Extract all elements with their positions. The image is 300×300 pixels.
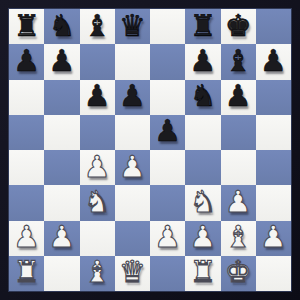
- square-f1[interactable]: ♜: [185, 256, 220, 291]
- square-h6[interactable]: [256, 80, 291, 115]
- square-c4[interactable]: ♟: [80, 150, 115, 185]
- square-h3[interactable]: [256, 185, 291, 220]
- square-f6[interactable]: ♞: [185, 80, 220, 115]
- black-knight-b8[interactable]: ♞: [48, 11, 75, 41]
- square-f7[interactable]: ♟: [185, 44, 220, 79]
- square-a2[interactable]: ♟: [9, 221, 44, 256]
- square-b6[interactable]: [44, 80, 79, 115]
- square-h4[interactable]: [256, 150, 291, 185]
- white-knight-f3[interactable]: ♞: [189, 187, 216, 217]
- white-rook-f1[interactable]: ♜: [189, 257, 216, 287]
- square-h8[interactable]: [256, 9, 291, 44]
- square-c6[interactable]: ♟: [80, 80, 115, 115]
- white-bishop-g2[interactable]: ♝: [225, 222, 252, 252]
- white-rook-a1[interactable]: ♜: [13, 257, 40, 287]
- black-pawn-h7[interactable]: ♟: [260, 46, 287, 76]
- white-pawn-g3[interactable]: ♟: [225, 187, 252, 217]
- square-d3[interactable]: [115, 185, 150, 220]
- square-b1[interactable]: [44, 256, 79, 291]
- square-a5[interactable]: [9, 115, 44, 150]
- square-f3[interactable]: ♞: [185, 185, 220, 220]
- square-b5[interactable]: [44, 115, 79, 150]
- black-rook-a8[interactable]: ♜: [13, 11, 40, 41]
- black-pawn-c6[interactable]: ♟: [84, 81, 111, 111]
- square-a8[interactable]: ♜: [9, 9, 44, 44]
- black-rook-f8[interactable]: ♜: [189, 11, 216, 41]
- square-e5[interactable]: ♟: [150, 115, 185, 150]
- square-a6[interactable]: [9, 80, 44, 115]
- black-queen-d8[interactable]: ♛: [119, 11, 146, 41]
- square-b4[interactable]: [44, 150, 79, 185]
- black-bishop-g7[interactable]: ♝: [225, 46, 252, 76]
- square-c1[interactable]: ♝: [80, 256, 115, 291]
- square-e6[interactable]: [150, 80, 185, 115]
- square-b8[interactable]: ♞: [44, 9, 79, 44]
- white-queen-d1[interactable]: ♛: [119, 257, 146, 287]
- square-d5[interactable]: [115, 115, 150, 150]
- black-pawn-f7[interactable]: ♟: [189, 46, 216, 76]
- square-a4[interactable]: [9, 150, 44, 185]
- square-f4[interactable]: [185, 150, 220, 185]
- square-e3[interactable]: [150, 185, 185, 220]
- square-g7[interactable]: ♝: [221, 44, 256, 79]
- square-c2[interactable]: [80, 221, 115, 256]
- square-g2[interactable]: ♝: [221, 221, 256, 256]
- chess-board: ♜♞♝♛♜♚♟♟♟♝♟♟♟♞♟♟♟♟♞♞♟♟♟♟♟♝♟♜♝♛♜♚: [0, 0, 300, 300]
- square-h7[interactable]: ♟: [256, 44, 291, 79]
- white-pawn-h2[interactable]: ♟: [260, 222, 287, 252]
- square-e1[interactable]: [150, 256, 185, 291]
- black-knight-f6[interactable]: ♞: [189, 81, 216, 111]
- white-pawn-c4[interactable]: ♟: [84, 152, 111, 182]
- white-pawn-e2[interactable]: ♟: [154, 222, 181, 252]
- black-pawn-d6[interactable]: ♟: [119, 81, 146, 111]
- square-d4[interactable]: ♟: [115, 150, 150, 185]
- white-pawn-f2[interactable]: ♟: [189, 222, 216, 252]
- square-d6[interactable]: ♟: [115, 80, 150, 115]
- square-f2[interactable]: ♟: [185, 221, 220, 256]
- square-f5[interactable]: [185, 115, 220, 150]
- square-g8[interactable]: ♚: [221, 9, 256, 44]
- square-g3[interactable]: ♟: [221, 185, 256, 220]
- square-e7[interactable]: [150, 44, 185, 79]
- square-b3[interactable]: [44, 185, 79, 220]
- white-bishop-c1[interactable]: ♝: [84, 257, 111, 287]
- square-g6[interactable]: ♟: [221, 80, 256, 115]
- square-g5[interactable]: [221, 115, 256, 150]
- square-d1[interactable]: ♛: [115, 256, 150, 291]
- square-g4[interactable]: [221, 150, 256, 185]
- square-h5[interactable]: [256, 115, 291, 150]
- black-pawn-e5[interactable]: ♟: [154, 116, 181, 146]
- white-knight-c3[interactable]: ♞: [84, 187, 111, 217]
- black-pawn-a7[interactable]: ♟: [13, 46, 40, 76]
- square-h2[interactable]: ♟: [256, 221, 291, 256]
- white-pawn-a2[interactable]: ♟: [13, 222, 40, 252]
- chess-board-squares: ♜♞♝♛♜♚♟♟♟♝♟♟♟♞♟♟♟♟♞♞♟♟♟♟♟♝♟♜♝♛♜♚: [9, 9, 291, 291]
- square-c3[interactable]: ♞: [80, 185, 115, 220]
- square-c8[interactable]: ♝: [80, 9, 115, 44]
- square-d7[interactable]: [115, 44, 150, 79]
- square-a7[interactable]: ♟: [9, 44, 44, 79]
- square-e4[interactable]: [150, 150, 185, 185]
- white-pawn-b2[interactable]: ♟: [48, 222, 75, 252]
- black-pawn-b7[interactable]: ♟: [48, 46, 75, 76]
- square-f8[interactable]: ♜: [185, 9, 220, 44]
- black-pawn-g6[interactable]: ♟: [225, 81, 252, 111]
- square-b7[interactable]: ♟: [44, 44, 79, 79]
- black-bishop-c8[interactable]: ♝: [84, 11, 111, 41]
- square-d8[interactable]: ♛: [115, 9, 150, 44]
- white-king-g1[interactable]: ♚: [225, 257, 252, 287]
- square-a1[interactable]: ♜: [9, 256, 44, 291]
- white-pawn-d4[interactable]: ♟: [119, 152, 146, 182]
- square-c7[interactable]: [80, 44, 115, 79]
- square-c5[interactable]: [80, 115, 115, 150]
- black-king-g8[interactable]: ♚: [225, 11, 252, 41]
- square-d2[interactable]: [115, 221, 150, 256]
- square-e2[interactable]: ♟: [150, 221, 185, 256]
- square-g1[interactable]: ♚: [221, 256, 256, 291]
- square-e8[interactable]: [150, 9, 185, 44]
- square-a3[interactable]: [9, 185, 44, 220]
- square-h1[interactable]: [256, 256, 291, 291]
- square-b2[interactable]: ♟: [44, 221, 79, 256]
